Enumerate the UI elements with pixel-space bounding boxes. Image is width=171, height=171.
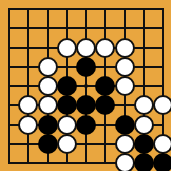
white-stone bbox=[153, 95, 171, 115]
black-stone bbox=[115, 115, 135, 135]
white-stone bbox=[115, 134, 135, 154]
go-board[interactable] bbox=[0, 0, 171, 171]
black-stone bbox=[76, 95, 96, 115]
black-stone bbox=[76, 57, 96, 77]
white-stone bbox=[115, 153, 135, 171]
white-stone bbox=[57, 38, 77, 58]
black-stone bbox=[38, 115, 58, 135]
white-stone bbox=[115, 76, 135, 96]
black-stone bbox=[76, 115, 96, 135]
go-board-diagram bbox=[0, 0, 171, 171]
white-stone bbox=[134, 115, 154, 135]
black-stone bbox=[38, 134, 58, 154]
black-stone bbox=[95, 76, 115, 96]
white-stone bbox=[18, 95, 38, 115]
black-stone bbox=[134, 134, 154, 154]
white-stone bbox=[57, 115, 77, 135]
white-stone bbox=[38, 57, 58, 77]
white-stone bbox=[76, 38, 96, 58]
white-stone bbox=[134, 95, 154, 115]
black-stone bbox=[134, 153, 154, 171]
white-stone bbox=[95, 38, 115, 58]
star-point bbox=[84, 84, 88, 88]
white-stone bbox=[153, 134, 171, 154]
white-stone bbox=[115, 57, 135, 77]
white-stone bbox=[38, 76, 58, 96]
black-stone bbox=[95, 95, 115, 115]
white-stone bbox=[18, 115, 38, 135]
white-stone bbox=[115, 38, 135, 58]
black-stone bbox=[153, 153, 171, 171]
black-stone bbox=[57, 95, 77, 115]
black-stone bbox=[57, 76, 77, 96]
white-stone bbox=[57, 134, 77, 154]
white-stone bbox=[38, 95, 58, 115]
